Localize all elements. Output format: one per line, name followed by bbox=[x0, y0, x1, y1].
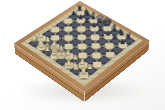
square-b3 bbox=[48, 34, 61, 43]
square-h8: ♜ bbox=[122, 37, 135, 46]
chess-case: ♜♞♝♛♚♝♞♜♟♟♟♟♟♟♟♟♟♟♟♟♟♟♟♟♜♞♝♛♚♝♞♜ bbox=[14, 1, 150, 92]
black-queen: ♛ bbox=[92, 13, 107, 25]
product-photo: ♜♞♝♛♚♝♞♜♟♟♟♟♟♟♟♟♟♟♟♟♟♟♟♟♜♞♝♛♚♝♞♜ bbox=[0, 0, 165, 110]
clasp-icon bbox=[118, 68, 121, 72]
board-top: ♜♞♝♛♚♝♞♜♟♟♟♟♟♟♟♟♟♟♟♟♟♟♟♟♜♞♝♛♚♝♞♜ bbox=[14, 1, 150, 92]
black-rook: ♜ bbox=[73, 5, 88, 13]
square-a1: ♜ bbox=[28, 39, 41, 48]
stone-border: ♜♞♝♛♚♝♞♜♟♟♟♟♟♟♟♟♟♟♟♟♟♟♟♟♜♞♝♛♚♝♞♜ bbox=[21, 5, 143, 86]
scene: ♜♞♝♛♚♝♞♜♟♟♟♟♟♟♟♟♟♟♟♟♟♟♟♟♜♞♝♛♚♝♞♜ bbox=[0, 0, 165, 110]
